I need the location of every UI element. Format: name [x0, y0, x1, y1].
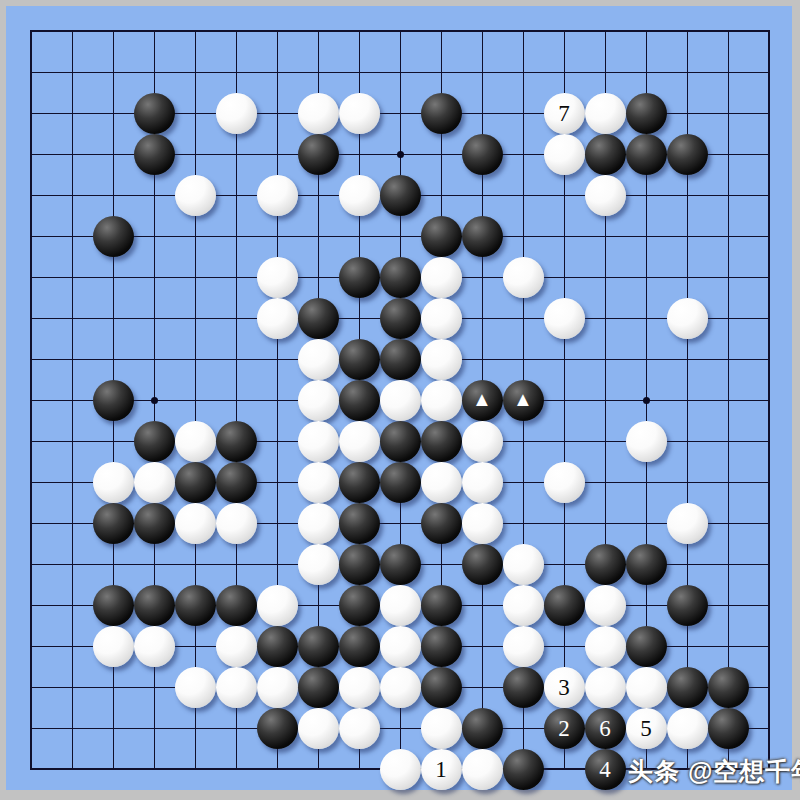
black-stone: 2: [544, 708, 585, 749]
black-stone: [134, 93, 175, 134]
black-stone: [339, 257, 380, 298]
white-stone: [298, 544, 339, 585]
white-stone: [503, 257, 544, 298]
black-stone: [421, 667, 462, 708]
white-stone: [421, 257, 462, 298]
black-stone: [626, 93, 667, 134]
black-stone: [708, 708, 749, 749]
black-stone: [339, 503, 380, 544]
white-stone: [544, 134, 585, 175]
black-stone: [380, 462, 421, 503]
black-stone: [667, 134, 708, 175]
white-stone: [298, 380, 339, 421]
black-stone: [93, 503, 134, 544]
white-stone: [216, 93, 257, 134]
black-stone: [339, 585, 380, 626]
white-stone: [134, 462, 175, 503]
white-stone: [339, 421, 380, 462]
white-stone: [667, 503, 708, 544]
white-stone: [462, 462, 503, 503]
white-stone: [175, 667, 216, 708]
black-stone: [339, 626, 380, 667]
black-stone: [421, 216, 462, 257]
white-stone: [503, 585, 544, 626]
black-stone: [380, 257, 421, 298]
black-stone: [216, 585, 257, 626]
move-number-1: 1: [435, 758, 447, 781]
triangle-mark: ▲: [513, 389, 533, 409]
white-stone: [339, 93, 380, 134]
watermark: 头条 @空想千年: [628, 755, 798, 788]
white-stone: [257, 175, 298, 216]
white-stone: [93, 626, 134, 667]
white-stone: [421, 380, 462, 421]
white-stone: [339, 708, 380, 749]
black-stone: [421, 585, 462, 626]
black-stone: ▲: [503, 380, 544, 421]
triangle-mark: ▲: [472, 389, 492, 409]
black-stone: [175, 585, 216, 626]
white-stone: [667, 708, 708, 749]
black-stone: [339, 544, 380, 585]
move-number-5: 5: [640, 717, 652, 740]
white-stone: [585, 626, 626, 667]
white-stone: 3: [544, 667, 585, 708]
black-stone: [626, 544, 667, 585]
white-stone: [667, 298, 708, 339]
white-stone: 1: [421, 749, 462, 790]
white-stone: [421, 708, 462, 749]
black-stone: [339, 462, 380, 503]
white-stone: [503, 626, 544, 667]
black-stone: [667, 667, 708, 708]
move-number-3: 3: [558, 676, 570, 699]
star-point: [643, 397, 650, 404]
black-stone: [544, 585, 585, 626]
black-stone: [626, 134, 667, 175]
black-stone: [380, 298, 421, 339]
black-stone: [585, 544, 626, 585]
star-point: [151, 397, 158, 404]
white-stone: [298, 421, 339, 462]
black-stone: [134, 421, 175, 462]
black-stone: [462, 216, 503, 257]
white-stone: [298, 503, 339, 544]
black-stone: [298, 667, 339, 708]
white-stone: [216, 503, 257, 544]
black-stone: [257, 626, 298, 667]
white-stone: [380, 667, 421, 708]
black-stone: [257, 708, 298, 749]
black-stone: [216, 462, 257, 503]
white-stone: [626, 667, 667, 708]
white-stone: [544, 298, 585, 339]
white-stone: [380, 626, 421, 667]
move-number-7: 7: [558, 102, 570, 125]
black-stone: [421, 503, 462, 544]
go-diagram-screenshot: { "game": "go", "board": { "size": 19, "…: [0, 0, 800, 800]
white-stone: [626, 421, 667, 462]
white-stone: [585, 175, 626, 216]
black-stone: 6: [585, 708, 626, 749]
black-stone: [380, 544, 421, 585]
black-stone: [93, 380, 134, 421]
black-stone: [421, 626, 462, 667]
white-stone: [339, 667, 380, 708]
white-stone: [462, 749, 503, 790]
black-stone: [462, 544, 503, 585]
white-stone: [216, 626, 257, 667]
black-stone: [626, 626, 667, 667]
move-number-2: 2: [558, 717, 570, 740]
black-stone: [175, 462, 216, 503]
white-stone: [421, 298, 462, 339]
white-stone: [298, 339, 339, 380]
black-stone: [298, 298, 339, 339]
white-stone: [216, 667, 257, 708]
white-stone: [175, 421, 216, 462]
grid-line-vertical: [768, 30, 770, 770]
black-stone: [298, 134, 339, 175]
white-stone: [421, 339, 462, 380]
black-stone: [462, 708, 503, 749]
white-stone: [298, 708, 339, 749]
black-stone: [339, 380, 380, 421]
move-number-6: 6: [599, 717, 611, 740]
black-stone: [421, 93, 462, 134]
white-stone: [298, 93, 339, 134]
black-stone: [503, 667, 544, 708]
white-stone: [585, 667, 626, 708]
black-stone: [93, 585, 134, 626]
black-stone: [93, 216, 134, 257]
white-stone: [380, 749, 421, 790]
black-stone: [380, 421, 421, 462]
white-stone: [585, 585, 626, 626]
white-stone: [339, 175, 380, 216]
black-stone: [134, 503, 175, 544]
black-stone: [298, 626, 339, 667]
white-stone: [175, 175, 216, 216]
white-stone: [421, 462, 462, 503]
go-board[interactable]: 7▲▲326514: [0, 0, 800, 800]
black-stone: [134, 134, 175, 175]
black-stone: [585, 134, 626, 175]
white-stone: [93, 462, 134, 503]
white-stone: [257, 298, 298, 339]
white-stone: [585, 93, 626, 134]
black-stone: ▲: [462, 380, 503, 421]
black-stone: [134, 585, 175, 626]
white-stone: [257, 585, 298, 626]
white-stone: 7: [544, 93, 585, 134]
outer-frame: 7▲▲326514 头条 @空想千年: [0, 0, 800, 800]
white-stone: 5: [626, 708, 667, 749]
white-stone: [257, 257, 298, 298]
white-stone: [134, 626, 175, 667]
black-stone: [667, 585, 708, 626]
black-stone: [339, 339, 380, 380]
move-number-4: 4: [599, 758, 611, 781]
grid-line-vertical: [728, 30, 729, 770]
black-stone: [708, 667, 749, 708]
black-stone: [216, 421, 257, 462]
black-stone: [380, 339, 421, 380]
white-stone: [503, 544, 544, 585]
white-stone: [544, 462, 585, 503]
white-stone: [257, 667, 298, 708]
black-stone: [421, 421, 462, 462]
white-stone: [380, 380, 421, 421]
black-stone: [380, 175, 421, 216]
white-stone: [380, 585, 421, 626]
white-stone: [462, 421, 503, 462]
white-stone: [175, 503, 216, 544]
white-stone: [298, 462, 339, 503]
star-point: [397, 151, 404, 158]
black-stone: [462, 134, 503, 175]
black-stone: [503, 749, 544, 790]
black-stone: 4: [585, 749, 626, 790]
white-stone: [462, 503, 503, 544]
